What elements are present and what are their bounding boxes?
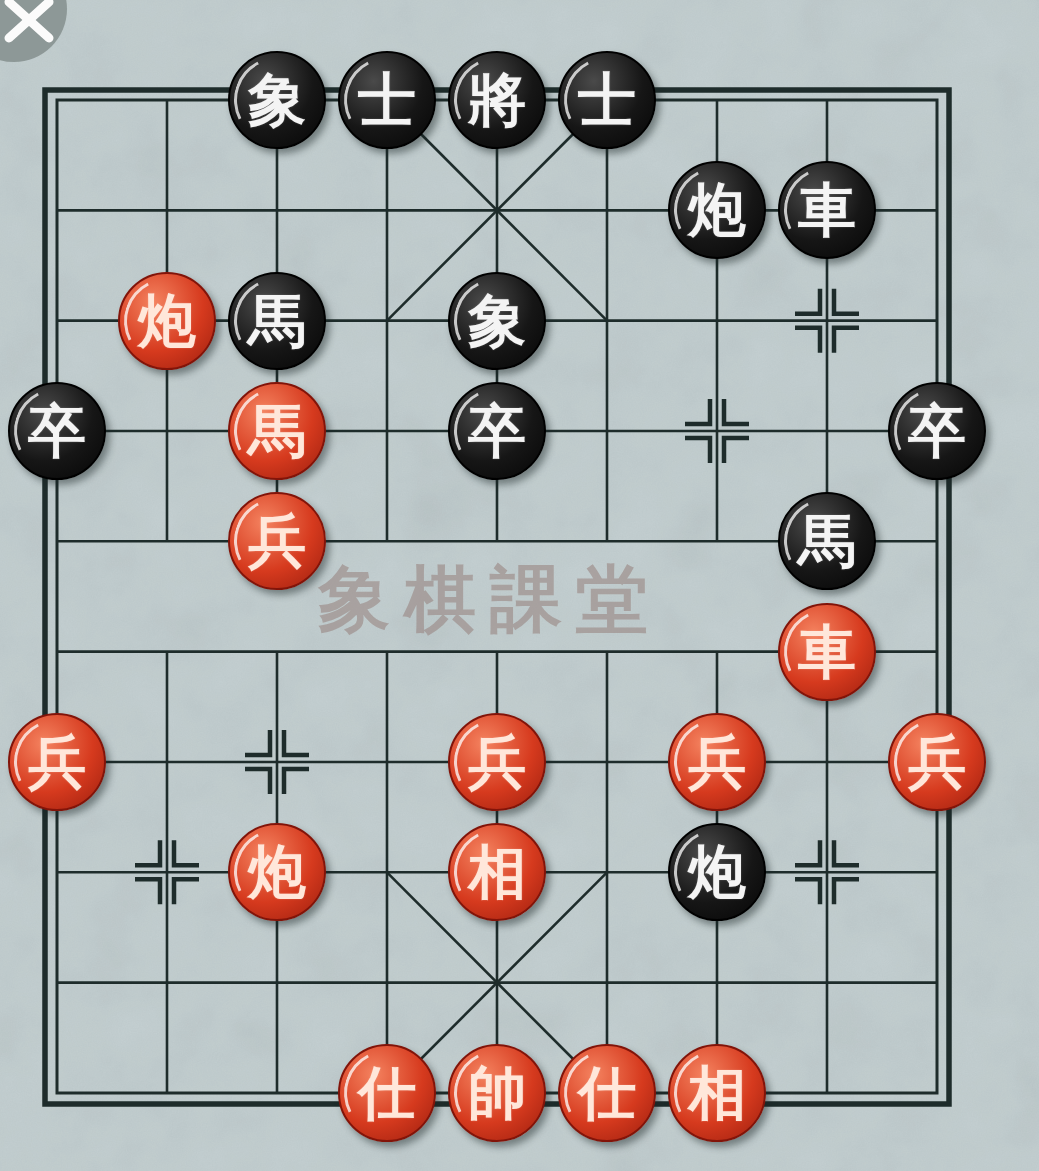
piece-red-elephant[interactable]: 相: [668, 1044, 766, 1142]
piece-black-cannon[interactable]: 炮: [668, 161, 766, 259]
piece-black-horse[interactable]: 馬: [228, 272, 326, 370]
piece-red-soldier[interactable]: 兵: [228, 492, 326, 590]
piece-red-general[interactable]: 帥: [448, 1044, 546, 1142]
piece-black-horse[interactable]: 馬: [778, 492, 876, 590]
piece-black-elephant[interactable]: 象: [448, 272, 546, 370]
piece-red-cannon[interactable]: 炮: [118, 272, 216, 370]
close-icon: [0, 0, 120, 90]
piece-red-soldier[interactable]: 兵: [8, 713, 106, 811]
piece-black-elephant[interactable]: 象: [228, 51, 326, 149]
piece-black-cannon[interactable]: 炮: [668, 823, 766, 921]
piece-black-soldier[interactable]: 卒: [8, 382, 106, 480]
piece-black-soldier[interactable]: 卒: [888, 382, 986, 480]
piece-red-horse[interactable]: 馬: [228, 382, 326, 480]
piece-red-advisor[interactable]: 仕: [338, 1044, 436, 1142]
piece-red-soldier[interactable]: 兵: [668, 713, 766, 811]
piece-red-chariot[interactable]: 車: [778, 603, 876, 701]
piece-red-elephant[interactable]: 相: [448, 823, 546, 921]
piece-red-soldier[interactable]: 兵: [448, 713, 546, 811]
board-area: 象棋課堂 象士將士炮車炮馬象卒馬卒卒兵馬車兵兵兵兵炮相炮仕帥仕相: [0, 0, 1039, 1171]
piece-black-advisor[interactable]: 士: [338, 51, 436, 149]
piece-black-chariot[interactable]: 車: [778, 161, 876, 259]
piece-red-cannon[interactable]: 炮: [228, 823, 326, 921]
piece-red-advisor[interactable]: 仕: [558, 1044, 656, 1142]
close-button[interactable]: [0, 0, 120, 90]
piece-black-advisor[interactable]: 士: [558, 51, 656, 149]
piece-red-soldier[interactable]: 兵: [888, 713, 986, 811]
xiangqi-board[interactable]: 象士將士炮車炮馬象卒馬卒卒兵馬車兵兵兵兵炮相炮仕帥仕相: [2, 45, 992, 1148]
piece-black-soldier[interactable]: 卒: [448, 382, 546, 480]
piece-black-general[interactable]: 將: [448, 51, 546, 149]
